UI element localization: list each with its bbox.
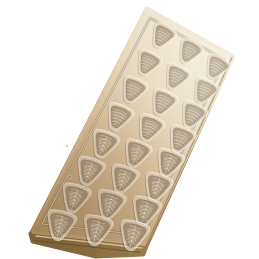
- product-photo-canvas: [0, 0, 259, 259]
- chocolate-mold-photo: [0, 0, 259, 259]
- embossed-stamp: [66, 145, 69, 148]
